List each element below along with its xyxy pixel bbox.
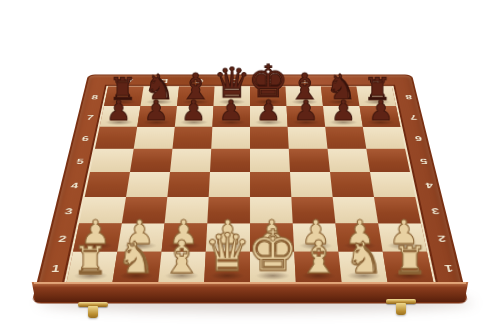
square-b6[interactable] bbox=[134, 127, 175, 149]
chess-set-photo: ♜♞♝♛♚♝♞♜♟♟♟♟♟♟♟♟♟♟♟♟♟♟♟♟♜♞♝♛♚♝♞♜ AABBCCD… bbox=[0, 0, 500, 330]
rank-label-left-6: 6 bbox=[81, 135, 90, 143]
rank-label-right-5: 5 bbox=[419, 157, 429, 166]
rank-label-right-3: 3 bbox=[430, 206, 440, 216]
square-a5[interactable] bbox=[90, 149, 134, 172]
square-f5[interactable] bbox=[289, 149, 330, 172]
square-e1[interactable]: ♚ bbox=[250, 252, 296, 283]
square-g6[interactable] bbox=[325, 127, 366, 149]
square-a6[interactable] bbox=[95, 127, 137, 149]
white-king-e1[interactable]: ♚ bbox=[236, 224, 309, 278]
square-h7[interactable]: ♟ bbox=[360, 106, 401, 127]
square-b4[interactable] bbox=[126, 172, 170, 197]
square-a1[interactable]: ♜ bbox=[67, 252, 118, 283]
square-e4[interactable] bbox=[250, 172, 291, 197]
rank-label-right-4: 4 bbox=[424, 181, 434, 190]
white-rook-a1[interactable]: ♜ bbox=[54, 242, 127, 279]
latch-tongue-icon bbox=[396, 303, 406, 315]
square-b5[interactable] bbox=[130, 149, 172, 172]
square-f4[interactable] bbox=[290, 172, 333, 197]
chess-board: ♜♞♝♛♚♝♞♜♟♟♟♟♟♟♟♟♟♟♟♟♟♟♟♟♜♞♝♛♚♝♞♜ AABBCCD… bbox=[32, 75, 469, 304]
latch-tongue-icon bbox=[88, 306, 98, 318]
squares-grid: ♜♞♝♛♚♝♞♜♟♟♟♟♟♟♟♟♟♟♟♟♟♟♟♟♜♞♝♛♚♝♞♜ bbox=[64, 86, 436, 284]
square-e6[interactable] bbox=[250, 127, 289, 149]
square-d6[interactable] bbox=[211, 127, 250, 149]
square-c4[interactable] bbox=[167, 172, 210, 197]
square-g5[interactable] bbox=[328, 149, 370, 172]
square-h4[interactable] bbox=[370, 172, 415, 197]
square-d5[interactable] bbox=[210, 149, 250, 172]
square-c6[interactable] bbox=[172, 127, 212, 149]
square-h6[interactable] bbox=[363, 127, 405, 149]
square-f6[interactable] bbox=[288, 127, 328, 149]
square-d4[interactable] bbox=[209, 172, 250, 197]
rank-label-left-4: 4 bbox=[70, 181, 80, 190]
box-front-edge-highlight bbox=[34, 282, 466, 284]
square-e5[interactable] bbox=[250, 149, 290, 172]
white-rook-h1[interactable]: ♜ bbox=[373, 242, 446, 279]
rank-label-left-3: 3 bbox=[64, 206, 74, 216]
rank-label-right-6: 6 bbox=[414, 135, 423, 143]
square-c5[interactable] bbox=[170, 149, 211, 172]
square-h5[interactable] bbox=[366, 149, 410, 172]
rank-label-left-5: 5 bbox=[76, 157, 86, 166]
square-a4[interactable] bbox=[85, 172, 130, 197]
black-pawn-h7[interactable]: ♟ bbox=[351, 97, 411, 124]
brass-latch-left[interactable] bbox=[78, 302, 108, 320]
square-h1[interactable]: ♜ bbox=[383, 252, 434, 283]
square-g4[interactable] bbox=[330, 172, 374, 197]
brass-latch-right[interactable] bbox=[386, 299, 416, 317]
